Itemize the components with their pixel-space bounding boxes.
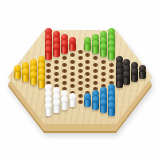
peg-yellow[interactable] (30, 76, 37, 85)
peg-red[interactable] (53, 48, 60, 57)
hole[interactable] (70, 60, 75, 64)
peg-green[interactable] (92, 45, 99, 54)
peg-green[interactable] (84, 42, 91, 51)
peg-white[interactable] (45, 107, 52, 116)
hole[interactable] (78, 63, 83, 67)
hole[interactable] (46, 75, 51, 79)
peg-green[interactable] (100, 48, 107, 57)
hole[interactable] (70, 53, 75, 57)
hole[interactable] (78, 56, 83, 60)
peg-red[interactable] (61, 45, 68, 54)
hole[interactable] (101, 66, 106, 70)
hole[interactable] (70, 66, 75, 70)
hole[interactable] (78, 69, 83, 73)
hole[interactable] (93, 56, 98, 60)
hole[interactable] (85, 60, 90, 64)
peg-green[interactable] (108, 51, 115, 60)
hole[interactable] (62, 75, 67, 79)
hole[interactable] (70, 72, 75, 76)
peg-yellow[interactable] (38, 79, 45, 88)
peg-blue[interactable] (84, 98, 91, 107)
hole[interactable] (46, 69, 51, 73)
hole[interactable] (78, 81, 83, 85)
peg-blue[interactable] (108, 107, 115, 116)
peg-red[interactable] (45, 51, 52, 60)
hole[interactable] (78, 75, 83, 79)
peg-white[interactable] (53, 104, 60, 113)
hole[interactable] (46, 63, 51, 67)
hole[interactable] (54, 78, 59, 82)
hole[interactable] (54, 66, 59, 70)
hole[interactable] (62, 56, 67, 60)
peg-black[interactable] (131, 73, 138, 82)
hole[interactable] (78, 94, 83, 98)
hole[interactable] (101, 72, 106, 76)
peg-blue[interactable] (92, 101, 99, 110)
hole[interactable] (101, 78, 106, 82)
peg-white[interactable] (69, 98, 76, 107)
hole[interactable] (78, 50, 83, 54)
board (0, 0, 160, 160)
peg-red[interactable] (69, 42, 76, 51)
hole[interactable] (85, 53, 90, 57)
peg-blue[interactable] (100, 104, 107, 113)
peg-white[interactable] (61, 101, 68, 110)
hole[interactable] (93, 81, 98, 85)
hole[interactable] (62, 69, 67, 73)
peg-yellow[interactable] (14, 70, 21, 79)
hole[interactable] (85, 78, 90, 82)
hole[interactable] (85, 84, 90, 88)
hole[interactable] (62, 63, 67, 67)
hole[interactable] (93, 69, 98, 73)
hole[interactable] (62, 81, 67, 85)
hole[interactable] (109, 63, 114, 67)
hole[interactable] (109, 69, 114, 73)
hole[interactable] (93, 63, 98, 67)
board-holes (0, 0, 160, 160)
peg-black[interactable] (116, 79, 123, 88)
peg-black[interactable] (139, 70, 146, 79)
hole[interactable] (70, 78, 75, 82)
hole[interactable] (101, 60, 106, 64)
hole[interactable] (93, 75, 98, 79)
scene (0, 0, 160, 160)
hole[interactable] (109, 75, 114, 79)
peg-yellow[interactable] (22, 73, 29, 82)
hole[interactable] (78, 100, 83, 104)
hole[interactable] (54, 72, 59, 76)
hole[interactable] (78, 87, 83, 91)
hole[interactable] (85, 66, 90, 70)
hole[interactable] (54, 60, 59, 64)
hole[interactable] (70, 84, 75, 88)
hole[interactable] (85, 72, 90, 76)
peg-black[interactable] (123, 76, 130, 85)
